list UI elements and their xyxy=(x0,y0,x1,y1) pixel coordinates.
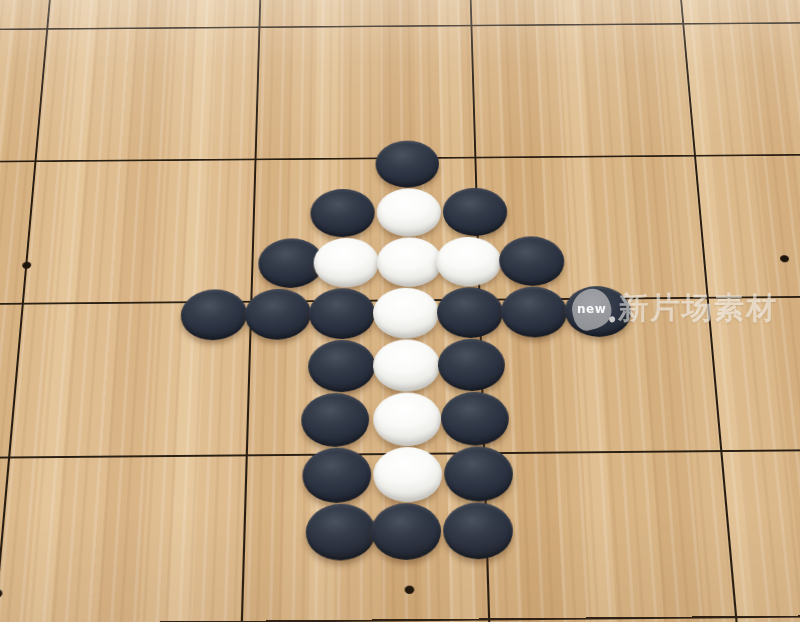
white-stone[interactable]: ○ xyxy=(377,237,443,287)
black-stone[interactable]: ● xyxy=(443,502,514,559)
star-point xyxy=(0,589,2,597)
white-stone[interactable]: ○ xyxy=(373,288,440,339)
star-point xyxy=(404,586,414,594)
black-stone[interactable]: ● xyxy=(305,503,375,560)
black-stone[interactable]: ● xyxy=(310,189,375,238)
white-stone[interactable]: ○ xyxy=(373,339,440,392)
white-stone[interactable]: ○ xyxy=(436,237,502,287)
black-stone[interactable]: ● xyxy=(308,340,375,393)
goban-wood-surface: ●●○●●○○○●●●●○●●●●○●●○●●○●●●● xyxy=(0,0,800,622)
black-stone[interactable]: ● xyxy=(437,339,505,392)
black-stone[interactable]: ● xyxy=(371,503,441,560)
black-stone[interactable]: ● xyxy=(376,140,440,187)
black-stone[interactable]: ● xyxy=(244,289,311,340)
black-stone[interactable]: ● xyxy=(309,288,375,339)
go-board[interactable]: ●●○●●○○○●●●●○●●●●○●●○●●○●●●● xyxy=(0,1,800,622)
white-stone[interactable]: ○ xyxy=(373,447,442,503)
black-stone[interactable]: ● xyxy=(301,393,369,447)
black-stone[interactable]: ● xyxy=(441,392,510,446)
black-stone[interactable]: ● xyxy=(180,289,248,340)
black-stone[interactable]: ● xyxy=(302,447,371,503)
black-stone[interactable]: ● xyxy=(498,236,565,286)
star-point xyxy=(779,255,789,262)
black-stone[interactable]: ● xyxy=(500,286,568,337)
go-board-photo: ●●○●●○○○●●●●○●●●●○●●○●●○●●●● new 新片场素材 xyxy=(0,0,800,622)
white-stone[interactable]: ○ xyxy=(377,188,442,237)
black-stone[interactable]: ● xyxy=(444,446,514,502)
black-stone[interactable]: ● xyxy=(564,286,633,337)
white-stone[interactable]: ○ xyxy=(313,238,379,288)
black-stone[interactable]: ● xyxy=(437,287,504,338)
star-point xyxy=(21,262,31,269)
black-stone[interactable]: ● xyxy=(442,188,508,237)
white-stone[interactable]: ○ xyxy=(373,392,441,446)
